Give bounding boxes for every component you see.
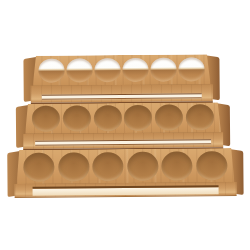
rack-tier-bottom: [7, 148, 243, 197]
bottle-hole: [122, 58, 148, 82]
bottle-hole: [150, 58, 176, 82]
front-slot: [42, 93, 202, 99]
tier-top-surface: [16, 148, 234, 185]
base-recess: [32, 185, 219, 196]
rack-tier-top: [23, 54, 219, 103]
bottle-hole: [124, 105, 152, 131]
bottle-hole: [92, 152, 123, 181]
tier-front-panel: [15, 182, 237, 198]
bottle-hole: [196, 151, 227, 180]
bottle-hole: [178, 57, 204, 81]
bottle-holes-row: [32, 54, 210, 86]
front-slot: [35, 139, 211, 146]
bottle-hole: [24, 152, 55, 181]
tier-top-surface: [25, 102, 221, 135]
bottle-hole: [161, 151, 192, 180]
bottle-hole: [63, 105, 91, 131]
bottle-holes-row: [25, 102, 221, 134]
oil-rack: [0, 0, 250, 250]
bottle-hole: [127, 151, 158, 180]
bottle-hole: [155, 104, 183, 130]
bottle-hole: [58, 152, 89, 181]
tier-front-panel: [23, 132, 223, 151]
tier-top-surface: [32, 54, 210, 87]
bottle-hole: [32, 106, 60, 132]
bottle-hole: [186, 104, 214, 130]
bottle-hole: [94, 58, 120, 82]
bottle-hole: [93, 105, 121, 131]
rack-tier-middle: [16, 102, 230, 149]
bottle-hole: [66, 58, 92, 82]
tier-front-panel: [31, 84, 213, 105]
bottle-holes-row: [16, 148, 234, 184]
bottle-hole: [38, 59, 64, 83]
product-photo-stage: [0, 0, 250, 250]
